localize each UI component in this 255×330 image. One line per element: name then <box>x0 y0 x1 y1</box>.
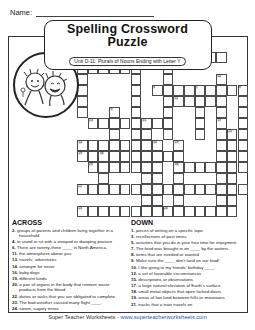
name-label: Name: <box>10 8 32 17</box>
clue-item: 19. areas of low land between hills or m… <box>131 295 243 300</box>
grid-cell[interactable] <box>216 184 227 195</box>
clue-item: 15. descriptions or observations <box>131 277 243 282</box>
grid-cell[interactable] <box>88 206 99 217</box>
grid-cell[interactable] <box>216 162 227 173</box>
grid-cell[interactable] <box>173 151 184 162</box>
grid-cell[interactable] <box>184 184 195 195</box>
footer-url: www.superteacherworksheets.com <box>120 314 206 320</box>
clue-number: 24 <box>164 207 168 211</box>
grid-cell[interactable] <box>120 184 131 195</box>
grid-cell[interactable]: 24 <box>163 206 174 217</box>
grid-cell[interactable] <box>131 184 142 195</box>
clue-number: 15 <box>142 119 146 123</box>
grid-cell[interactable] <box>227 184 238 195</box>
grid-cell[interactable] <box>227 195 238 206</box>
grid-cell[interactable]: 17 <box>216 118 227 129</box>
grid-cell[interactable] <box>131 96 142 107</box>
grid-cell[interactable]: 12 <box>216 74 227 85</box>
grid-cell[interactable] <box>141 195 152 206</box>
grid-cell[interactable] <box>227 85 238 96</box>
grid-cell[interactable] <box>141 206 152 217</box>
clue-item: 13. travels; adventures <box>12 257 127 262</box>
grid-cell[interactable] <box>120 151 131 162</box>
clue-item: 16. baby dogs <box>12 270 127 275</box>
grid-cell[interactable] <box>238 162 249 173</box>
grid-cell[interactable] <box>163 107 174 118</box>
grid-cell[interactable] <box>131 129 142 140</box>
clue-number: 19 <box>78 152 82 156</box>
grid-cell[interactable] <box>195 129 206 140</box>
grid-cell[interactable] <box>216 85 227 96</box>
grid-cell[interactable] <box>152 151 163 162</box>
grid-cell[interactable] <box>216 129 227 140</box>
grid-cell[interactable] <box>141 184 152 195</box>
clue-item: 24. sweet, sugary treats <box>12 306 127 311</box>
clue-number: 16 <box>174 163 178 167</box>
grid-cell[interactable] <box>195 162 206 173</box>
grid-cell[interactable] <box>173 184 184 195</box>
grid-cell[interactable]: 7 <box>195 85 206 96</box>
grid-cell[interactable] <box>109 184 120 195</box>
clue-item: 11. the atmosphere above you <box>12 251 127 256</box>
grid-cell[interactable]: 16 <box>173 162 184 173</box>
clue-item: 17. a large natural elevation of Earth's… <box>131 283 243 288</box>
grid-cell[interactable]: 6 <box>152 85 163 96</box>
page-title: Spelling Crossword Puzzle <box>47 23 209 49</box>
grid-cell[interactable]: 10 <box>152 140 163 151</box>
across-header: ACROSS <box>12 219 127 226</box>
grid-cell[interactable] <box>131 151 142 162</box>
grid-cell[interactable] <box>131 107 142 118</box>
clue-item: 5. activities that you do in your free t… <box>131 240 243 245</box>
grid-cell[interactable] <box>131 162 142 173</box>
grid-cell[interactable] <box>98 162 109 173</box>
grid-cell[interactable] <box>205 184 216 195</box>
clue-item: 1. pieces of writing on a specific topic <box>131 228 243 233</box>
grid-cell[interactable] <box>227 173 238 184</box>
grid-cell[interactable] <box>227 206 238 217</box>
clue-item: 18. small metal objects that open locked… <box>131 289 243 294</box>
clue-item: 8. items that are needed or wanted <box>131 252 243 257</box>
grid-cell[interactable] <box>98 118 109 129</box>
clue-item: 9. Make sure the ____ don't land on our … <box>131 258 243 263</box>
clue-item: 21. tracks that a train travels on <box>131 302 243 307</box>
grid-cell[interactable]: 13 <box>88 118 99 129</box>
across-clue-list: 2. groups of parents and children living… <box>12 228 127 312</box>
clue-number: 13 <box>89 119 93 123</box>
grid-cell[interactable] <box>152 162 163 173</box>
down-clues-section: DOWN 1. pieces of writing on a specific … <box>131 219 243 308</box>
grid-cell[interactable] <box>131 74 142 85</box>
grid-cell[interactable] <box>131 206 142 217</box>
grid-cell[interactable] <box>195 184 206 195</box>
grid-cell[interactable] <box>109 151 120 162</box>
grid-cell[interactable] <box>88 184 99 195</box>
clue-item: 2. groups of parents and children living… <box>12 228 127 239</box>
down-clue-list: 1. pieces of writing on a specific topic… <box>131 228 243 307</box>
down-header: DOWN <box>131 219 243 226</box>
grid-cell[interactable] <box>216 173 227 184</box>
grid-cell[interactable] <box>238 140 249 151</box>
grid-cell[interactable] <box>109 140 120 151</box>
clue-number: 22 <box>78 185 82 189</box>
title-box: Spelling Crossword Puzzle Unit D-11: Plu… <box>44 20 212 70</box>
grid-cell[interactable] <box>141 151 152 162</box>
clue-item: 12. a set of favorable circumstances <box>131 271 243 276</box>
grid-cell[interactable] <box>216 107 227 118</box>
grid-cell[interactable] <box>195 96 206 107</box>
grid-cell[interactable] <box>163 85 174 96</box>
grid-cell[interactable] <box>152 118 163 129</box>
grid-cell[interactable]: 21 <box>227 129 238 140</box>
grid-cell[interactable] <box>173 173 184 184</box>
footer: Super Teacher Worksheets - www.superteac… <box>0 314 255 320</box>
grid-cell[interactable] <box>109 118 120 129</box>
page-subtitle: Unit D-11: Plurals of Nouns Ending with … <box>69 57 185 66</box>
grid-cell[interactable] <box>173 195 184 206</box>
grid-cell[interactable] <box>205 206 216 217</box>
grid-cell[interactable]: 19 <box>77 151 88 162</box>
grid-cell[interactable]: 11 <box>173 96 184 107</box>
grid-cell[interactable] <box>88 140 99 151</box>
clue-number: 9 <box>110 108 112 112</box>
grid-cell[interactable] <box>131 85 142 96</box>
grid-cell[interactable]: 14 <box>77 140 88 151</box>
grid-cell[interactable] <box>216 195 227 206</box>
grid-cell[interactable] <box>216 96 227 107</box>
crossword-grid[interactable]: 1423567891011121713151416181919202122232… <box>77 52 248 217</box>
grid-cell[interactable] <box>227 162 238 173</box>
grid-cell[interactable]: 19 <box>173 140 184 151</box>
grid-cell[interactable] <box>195 118 206 129</box>
grid-cell[interactable]: 15 <box>141 118 152 129</box>
grid-cell[interactable] <box>216 140 227 151</box>
grid-cell[interactable] <box>131 140 142 151</box>
grid-cell[interactable] <box>120 140 131 151</box>
grid-cell[interactable] <box>205 96 216 107</box>
grid-cell[interactable] <box>184 162 195 173</box>
clue-item: 19. different kinds <box>12 276 127 281</box>
grid-cell[interactable] <box>141 129 152 140</box>
clue-number: 10 <box>153 141 157 145</box>
grid-cell[interactable]: 8 <box>238 85 249 96</box>
grid-cell[interactable] <box>163 184 174 195</box>
grid-cell[interactable] <box>141 140 152 151</box>
grid-cell[interactable] <box>216 52 227 63</box>
grid-cell[interactable] <box>152 173 163 184</box>
grid-cell[interactable] <box>152 206 163 217</box>
grid-cell[interactable] <box>184 85 195 96</box>
grid-cell[interactable] <box>163 151 174 162</box>
grid-cell[interactable] <box>120 162 131 173</box>
grid-cell[interactable] <box>152 195 163 206</box>
grid-cell[interactable] <box>109 206 120 217</box>
grid-cell[interactable] <box>163 118 174 129</box>
grid-cell[interactable] <box>216 151 227 162</box>
grid-cell[interactable]: 18 <box>98 151 109 162</box>
clue-number: 11 <box>174 97 178 101</box>
clue-number: 18 <box>100 152 104 156</box>
grid-cell[interactable] <box>205 162 216 173</box>
grid-cell[interactable] <box>238 118 249 129</box>
clue-item: 7. The food was brought in on ____ by th… <box>131 246 243 251</box>
grid-cell[interactable] <box>163 74 174 85</box>
footer-text: Super Teacher Worksheets - <box>48 314 120 320</box>
grid-cell[interactable] <box>163 129 174 140</box>
name-input-line[interactable] <box>36 15 154 17</box>
grid-cell[interactable] <box>98 206 109 217</box>
clue-item: 23. The bad weather caused many flight _… <box>12 300 127 305</box>
clue-number: 21 <box>228 130 232 134</box>
clue-item: 14. antonym for never <box>12 264 127 269</box>
grid-cell[interactable] <box>173 85 184 96</box>
clue-number: 8 <box>239 86 241 90</box>
clue-item: 20. a pair of organs in the body that re… <box>12 282 127 293</box>
grid-cell[interactable] <box>163 96 174 107</box>
grid-cell[interactable] <box>238 184 249 195</box>
grid-cell[interactable]: 20 <box>88 162 99 173</box>
grid-cell[interactable] <box>195 206 206 217</box>
clue-number: 19 <box>174 141 178 145</box>
grid-cell[interactable] <box>216 206 227 217</box>
grid-cell[interactable] <box>227 151 238 162</box>
grid-cell[interactable] <box>238 151 249 162</box>
clue-item: 4. to stand or sit with a stooped or dro… <box>12 239 127 244</box>
clue-number: 17 <box>217 119 221 123</box>
grid-cell[interactable] <box>173 206 184 217</box>
grid-cell[interactable] <box>141 173 152 184</box>
grid-cell[interactable] <box>98 173 109 184</box>
clue-number: 23 <box>78 207 82 211</box>
grid-cell[interactable] <box>238 107 249 118</box>
grid-cell[interactable] <box>184 206 195 217</box>
grid-cell[interactable] <box>98 184 109 195</box>
grid-cell[interactable] <box>109 162 120 173</box>
grid-cell[interactable] <box>227 140 238 151</box>
grid-cell[interactable]: 22 <box>77 184 88 195</box>
grid-cell[interactable] <box>131 118 142 129</box>
clue-item: 22. duties or tasks that you are obligat… <box>12 294 127 299</box>
grid-cell[interactable] <box>98 140 109 151</box>
grid-cell[interactable] <box>184 96 195 107</box>
grid-cell[interactable] <box>120 206 131 217</box>
grid-cell[interactable] <box>195 107 206 118</box>
across-clues-section: ACROSS 2. groups of parents and children… <box>12 219 127 312</box>
grid-cell[interactable] <box>152 184 163 195</box>
grid-cell[interactable] <box>120 118 131 129</box>
grid-cell[interactable] <box>141 162 152 173</box>
clue-number: 12 <box>217 75 221 79</box>
clue-number: 14 <box>78 141 82 145</box>
grid-cell[interactable]: 23 <box>77 206 88 217</box>
clue-number: 20 <box>89 163 93 167</box>
grid-cell[interactable] <box>238 129 249 140</box>
grid-cell[interactable] <box>238 96 249 107</box>
grid-cell[interactable] <box>109 129 120 140</box>
grid-cell[interactable] <box>205 85 216 96</box>
grid-cell[interactable] <box>88 151 99 162</box>
clue-item: 6. There are twenty-three ____ in North … <box>12 245 127 250</box>
clue-number: 7 <box>196 86 198 90</box>
clue-item: 10. I like going to my friends' birthday… <box>131 265 243 270</box>
clue-item: 3. recollections of past times <box>131 234 243 239</box>
clue-number: 6 <box>153 86 155 90</box>
grid-cell[interactable]: 9 <box>109 107 120 118</box>
